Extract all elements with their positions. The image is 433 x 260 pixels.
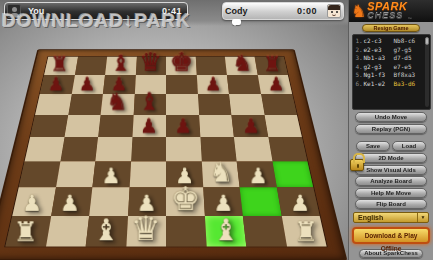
analyze-board-button[interactable]: Analyze Board	[355, 176, 427, 186]
help-me-move-button[interactable]: Help Me Move	[355, 188, 427, 198]
square-e8[interactable]: ♚	[166, 57, 196, 75]
square-e2[interactable]: ♚	[166, 187, 204, 215]
square-f5[interactable]	[199, 115, 234, 137]
white-bishop-c1[interactable]: ♝	[93, 216, 119, 245]
knight-logo-icon: ♞	[351, 3, 366, 20]
square-c8[interactable]: ♝	[105, 57, 136, 75]
black-pawn-e5[interactable]: ♟	[174, 117, 192, 137]
move-row-6: 6.Ke1-e2Ba3-d6	[356, 80, 424, 89]
square-g5[interactable]: ♟	[231, 115, 267, 137]
square-a1[interactable]: ♜	[5, 216, 50, 247]
white-pawn-c3[interactable]: ♟	[101, 165, 120, 186]
flip-board-button[interactable]: Flip Board	[355, 199, 427, 209]
black-move: d7-d5	[394, 54, 424, 63]
square-a6[interactable]	[35, 94, 71, 115]
black-move: Nb8-c6	[394, 37, 424, 46]
square-d4[interactable]	[131, 137, 166, 161]
download-play-offline-button[interactable]: Download & Play Offline	[352, 227, 430, 244]
square-c5[interactable]	[98, 115, 133, 137]
square-c1[interactable]: ♝	[86, 216, 128, 247]
save-button[interactable]: Save	[356, 141, 390, 151]
black-move: Bf8xa3	[394, 71, 424, 80]
replay-pgn-button[interactable]: Replay (PGN)	[355, 124, 427, 134]
move-row-3: 3.Nb1-a3d7-d5	[356, 54, 424, 63]
square-e1[interactable]	[166, 216, 206, 247]
square-f2[interactable]: ♟	[203, 187, 243, 215]
square-b5[interactable]	[64, 115, 100, 137]
square-b6[interactable]	[68, 94, 103, 115]
black-pawn-f7[interactable]: ♟	[205, 75, 221, 93]
square-f7[interactable]: ♟	[196, 75, 229, 94]
white-move: g2-g3	[364, 63, 394, 72]
white-rook-a1[interactable]: ♜	[13, 218, 38, 245]
logo-tm: ™	[407, 16, 411, 21]
square-g3[interactable]: ♟	[237, 161, 277, 187]
square-a2[interactable]: ♟	[12, 187, 55, 215]
white-queen-d1[interactable]: ♛	[131, 212, 161, 246]
square-b1[interactable]	[46, 216, 90, 247]
logo-chess: CHESS	[367, 12, 407, 21]
move-number: 1.	[356, 37, 364, 46]
white-pawn-b2[interactable]: ♟	[60, 192, 80, 214]
white-pawn-a2[interactable]: ♟	[22, 192, 42, 214]
square-e4[interactable]	[166, 137, 201, 161]
square-d3[interactable]	[129, 161, 166, 187]
sidebar-buttons: Undo MoveReplay (PGN)SaveLoad2D ModeShow…	[349, 112, 433, 209]
square-f3[interactable]: ♞	[201, 161, 239, 187]
square-g6[interactable]	[229, 94, 264, 115]
chevron-down-icon: ▼	[417, 213, 428, 222]
game-background: You 0:41 Cody 0:00 DOWNLOAD↓PARK ♜♝♛♚♞♜♟…	[0, 0, 348, 260]
square-g2[interactable]	[240, 187, 282, 215]
black-rook-h8[interactable]: ♜	[263, 53, 282, 74]
square-b7[interactable]: ♟	[71, 75, 105, 94]
language-value: English	[354, 214, 417, 221]
move-row-1: 1.c2-c3Nb8-c6	[356, 37, 424, 46]
black-pawn-a7[interactable]: ♟	[47, 75, 63, 93]
black-move: e7-e5	[394, 63, 424, 72]
black-bishop-c8[interactable]: ♝	[110, 52, 130, 74]
white-pawn-g3[interactable]: ♟	[248, 165, 267, 186]
white-pawn-f2[interactable]: ♟	[214, 192, 234, 214]
black-pawn-b7[interactable]: ♟	[79, 75, 95, 93]
square-h8[interactable]: ♜	[254, 57, 288, 75]
square-a5[interactable]	[30, 115, 68, 137]
black-move: Ba3-d6	[394, 80, 424, 89]
square-h2[interactable]: ♟	[276, 187, 319, 215]
black-bishop-d6[interactable]: ♝	[139, 90, 161, 114]
move-row-4: 4.g2-g3e7-e5	[356, 63, 424, 72]
white-move: e2-e3	[364, 46, 394, 55]
sidebar: ♞ SPARK CHESS ™ Resign Game 1.c2-c3Nb8-c…	[348, 0, 433, 260]
square-e5[interactable]: ♟	[166, 115, 200, 137]
move-list-panel: 1.c2-c3Nb8-c62.e2-e3g7-g53.Nb1-a3d7-d54.…	[352, 34, 431, 110]
chess-board-3d: ♜♝♛♚♞♜♟♟♟♟♟♞♝♟♟♟♟♟♞♟♟♟♟♚♟♟♜♝♛♝♜	[0, 49, 347, 260]
square-a7[interactable]: ♟	[40, 75, 75, 94]
square-h1[interactable]: ♜	[281, 216, 326, 247]
square-b3[interactable]	[56, 161, 96, 187]
square-c3[interactable]: ♟	[92, 161, 130, 187]
square-e6[interactable]	[166, 94, 199, 115]
square-d1[interactable]: ♛	[126, 216, 166, 247]
black-pawn-h7[interactable]: ♟	[268, 75, 284, 93]
white-pawn-h2[interactable]: ♟	[290, 192, 310, 214]
black-avatar[interactable]	[327, 4, 341, 18]
square-d6[interactable]: ♝	[133, 94, 166, 115]
move-number: 5.	[356, 71, 364, 80]
about-sparkchess-button[interactable]: About SparkChess	[359, 249, 423, 258]
2d-mode-button[interactable]: 2D Mode	[355, 153, 427, 163]
white-bishop-f1[interactable]: ♝	[213, 216, 239, 245]
square-b2[interactable]: ♟	[51, 187, 93, 215]
move-list-scrollbar[interactable]	[425, 37, 429, 107]
square-a4[interactable]	[25, 137, 64, 161]
padlock-icon	[350, 159, 364, 171]
white-move: Ke1-e2	[364, 80, 394, 89]
square-h6[interactable]	[261, 94, 297, 115]
square-d8[interactable]: ♛	[136, 57, 166, 75]
black-queen-d8[interactable]: ♛	[139, 49, 162, 74]
move-number: 2.	[356, 46, 364, 55]
black-pawn-g5[interactable]: ♟	[242, 117, 260, 137]
white-rook-h1[interactable]: ♜	[294, 218, 319, 245]
scrollbar-thumb[interactable]	[425, 37, 429, 45]
square-f8[interactable]	[195, 57, 226, 75]
white-move: c2-c3	[364, 37, 394, 46]
square-g4[interactable]	[234, 137, 272, 161]
black-move: g7-g5	[394, 46, 424, 55]
black-rook-a8[interactable]: ♜	[50, 53, 69, 74]
square-h7[interactable]: ♟	[257, 75, 292, 94]
white-knight-f3[interactable]: ♞	[209, 160, 233, 187]
avatar-hair	[328, 5, 341, 10]
load-button[interactable]: Load	[392, 141, 426, 151]
board-frame: ♜♝♛♚♞♜♟♟♟♟♟♞♝♟♟♟♟♟♞♟♟♟♟♚♟♟♜♝♛♝♜	[0, 49, 347, 260]
square-h4[interactable]	[268, 137, 307, 161]
move-row-2: 2.e2-e3g7-g5	[356, 46, 424, 55]
sparkchess-logo: ♞ SPARK CHESS ™	[349, 0, 433, 22]
move-number: 6.	[356, 80, 364, 89]
white-king-e2[interactable]: ♚	[170, 182, 200, 215]
square-g8[interactable]: ♞	[225, 57, 257, 75]
black-pawn-d5[interactable]: ♟	[140, 117, 158, 137]
square-b8[interactable]	[75, 57, 107, 75]
square-f6[interactable]	[198, 94, 232, 115]
square-d5[interactable]: ♟	[132, 115, 166, 137]
undo-move-button[interactable]: Undo Move	[355, 112, 427, 122]
square-h5[interactable]	[264, 115, 302, 137]
square-c4[interactable]	[95, 137, 132, 161]
black-knight-c6[interactable]: ♞	[106, 90, 128, 114]
square-b4[interactable]	[60, 137, 98, 161]
white-move: Ng1-f3	[364, 71, 394, 80]
resign-game-button[interactable]: Resign Game	[362, 24, 420, 32]
square-g1[interactable]	[243, 216, 287, 247]
square-c6[interactable]: ♞	[101, 94, 135, 115]
language-select[interactable]: English ▼	[353, 212, 429, 223]
square-c2[interactable]	[89, 187, 129, 215]
square-h3[interactable]	[272, 161, 313, 187]
move-row-5: 5.Ng1-f3Bf8xa3	[356, 71, 424, 80]
square-e7[interactable]	[166, 75, 198, 94]
black-knight-g8[interactable]: ♞	[232, 52, 252, 74]
black-king-e8[interactable]: ♚	[169, 48, 192, 74]
square-a3[interactable]	[19, 161, 60, 187]
show-visual-aids-button[interactable]: Show Visual Aids	[355, 165, 427, 175]
white-move: Nb1-a3	[364, 54, 394, 63]
square-g7[interactable]	[227, 75, 261, 94]
board-grid: ♜♝♛♚♞♜♟♟♟♟♟♞♝♟♟♟♟♟♞♟♟♟♟♚♟♟♜♝♛♝♜	[4, 56, 328, 247]
square-f1[interactable]: ♝	[204, 216, 246, 247]
square-a8[interactable]: ♜	[44, 57, 78, 75]
move-number: 4.	[356, 63, 364, 72]
move-number: 3.	[356, 54, 364, 63]
